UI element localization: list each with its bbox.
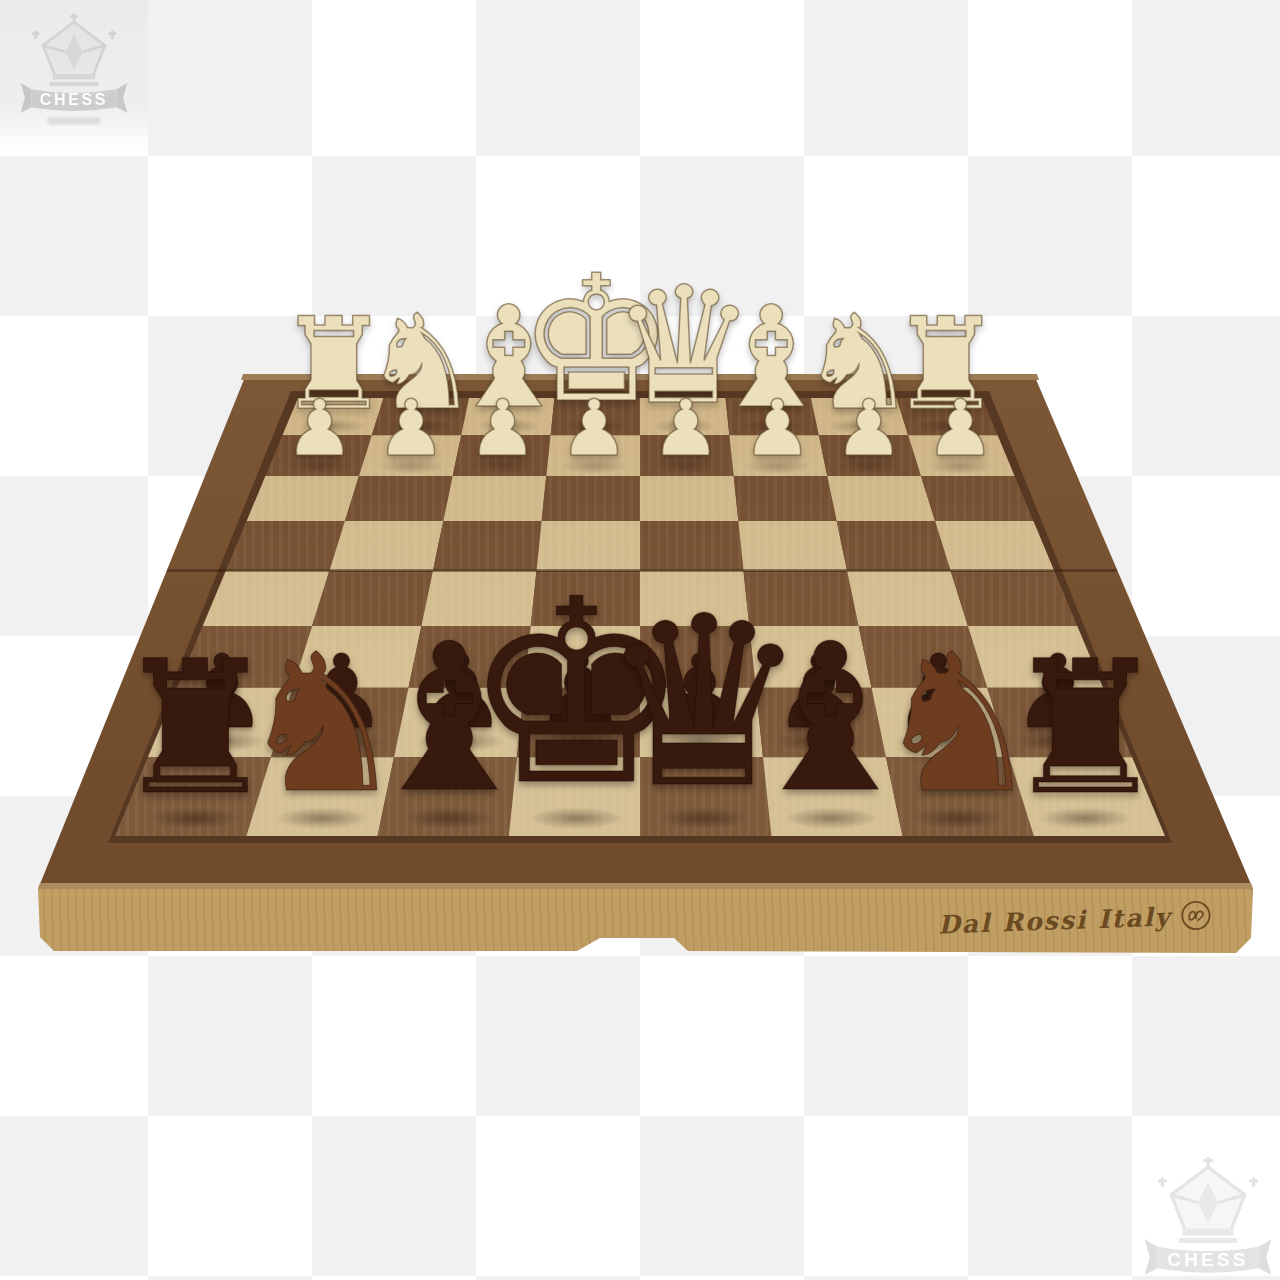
piece-white-pawn: ♟ [925, 390, 995, 468]
piece-white-pawn: ♟ [742, 390, 812, 468]
brand-text: Dal Rossi Italy [938, 902, 1172, 939]
piece-white-pawn: ♟ [376, 390, 446, 468]
piece-black-rook: ♜ [1002, 636, 1167, 820]
pieces-layer: ♜♞♝♚♛♝♞♜♟♟♟♟♟♟♟♟♟♟♟♟♟♟♟♟♜♞♝♚♛♝♞♜ [0, 0, 1280, 1280]
brand-inscription: Dal Rossi Italy [937, 893, 1198, 946]
piece-white-pawn: ♟ [285, 390, 355, 468]
chess-board: ♜♞♝♚♛♝♞♜♟♟♟♟♟♟♟♟♟♟♟♟♟♟♟♟♜♞♝♚♛♝♞♜ Dal Ros… [0, 0, 1280, 1280]
piece-white-pawn: ♟ [834, 390, 904, 468]
piece-white-pawn: ♟ [468, 390, 538, 468]
piece-white-pawn: ♟ [651, 390, 721, 468]
brand-monogram-icon [1180, 899, 1213, 932]
product-photo-scene: CHESS CHESS ♜ [0, 0, 1280, 1280]
piece-white-pawn: ♟ [559, 390, 629, 468]
